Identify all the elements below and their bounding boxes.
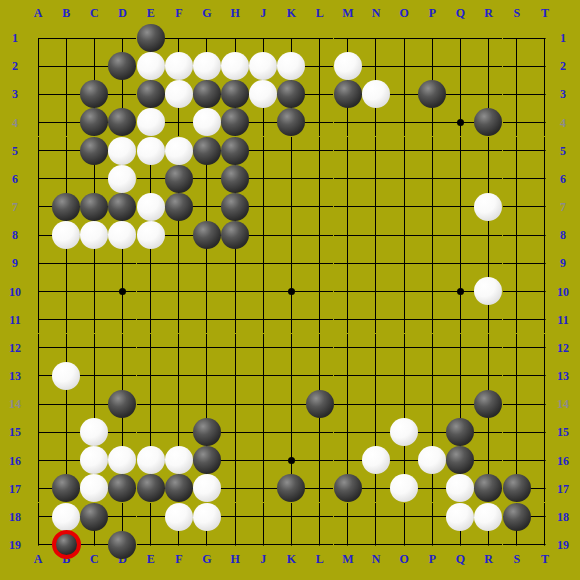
board-intersection[interactable]: [165, 503, 193, 531]
board-intersection[interactable]: [24, 334, 52, 362]
white-stone[interactable]: [165, 52, 193, 80]
black-stone[interactable]: [165, 193, 193, 221]
board-intersection[interactable]: [193, 249, 221, 277]
white-stone[interactable]: [277, 52, 305, 80]
board-intersection[interactable]: [277, 221, 305, 249]
board-intersection[interactable]: [24, 137, 52, 165]
board-intersection[interactable]: [108, 277, 136, 305]
board-intersection[interactable]: [80, 334, 108, 362]
board-intersection[interactable]: [108, 193, 136, 221]
white-stone[interactable]: [193, 52, 221, 80]
board-intersection[interactable]: [474, 52, 502, 80]
white-stone[interactable]: [165, 503, 193, 531]
board-intersection[interactable]: [137, 52, 165, 80]
board-intersection[interactable]: [52, 531, 80, 559]
board-intersection[interactable]: [334, 221, 362, 249]
board-intersection[interactable]: [80, 305, 108, 333]
board-intersection[interactable]: [277, 165, 305, 193]
board-intersection[interactable]: [249, 52, 277, 80]
board-intersection[interactable]: [221, 165, 249, 193]
board-intersection[interactable]: [108, 24, 136, 52]
black-stone[interactable]: [80, 137, 108, 165]
board-intersection[interactable]: [418, 277, 446, 305]
board-intersection[interactable]: [24, 249, 52, 277]
board-intersection[interactable]: [80, 24, 108, 52]
board-intersection[interactable]: [24, 80, 52, 108]
board-intersection[interactable]: [474, 474, 502, 502]
board-intersection[interactable]: [390, 446, 418, 474]
board-intersection[interactable]: [221, 277, 249, 305]
board-intersection[interactable]: [334, 249, 362, 277]
board-intersection[interactable]: [221, 24, 249, 52]
board-intersection[interactable]: [446, 418, 474, 446]
board-intersection[interactable]: [418, 390, 446, 418]
board-intersection[interactable]: [446, 362, 474, 390]
board-intersection[interactable]: [52, 474, 80, 502]
board-intersection[interactable]: [474, 165, 502, 193]
board-intersection[interactable]: [165, 474, 193, 502]
black-stone[interactable]: [334, 80, 362, 108]
board-intersection[interactable]: [52, 249, 80, 277]
white-stone[interactable]: [249, 52, 277, 80]
board-intersection[interactable]: [277, 249, 305, 277]
board-intersection[interactable]: [277, 474, 305, 502]
board-intersection[interactable]: [165, 249, 193, 277]
board-intersection[interactable]: [24, 24, 52, 52]
board-intersection[interactable]: [503, 249, 531, 277]
board-intersection[interactable]: [80, 474, 108, 502]
board-intersection[interactable]: [277, 52, 305, 80]
board-intersection[interactable]: [137, 334, 165, 362]
board-intersection[interactable]: [362, 474, 390, 502]
black-stone[interactable]: [221, 137, 249, 165]
board-intersection[interactable]: [80, 503, 108, 531]
board-intersection[interactable]: [193, 193, 221, 221]
black-stone[interactable]: [221, 221, 249, 249]
white-stone[interactable]: [193, 474, 221, 502]
board-intersection[interactable]: [277, 277, 305, 305]
board-intersection[interactable]: [503, 137, 531, 165]
board-intersection[interactable]: [418, 24, 446, 52]
board-intersection[interactable]: [305, 362, 333, 390]
board-intersection[interactable]: [137, 165, 165, 193]
board-intersection[interactable]: [474, 446, 502, 474]
white-stone[interactable]: [418, 446, 446, 474]
black-stone[interactable]: [474, 474, 502, 502]
board-intersection[interactable]: [80, 249, 108, 277]
board-intersection[interactable]: [362, 305, 390, 333]
board-intersection[interactable]: [305, 503, 333, 531]
board-intersection[interactable]: [108, 418, 136, 446]
board-intersection[interactable]: [193, 305, 221, 333]
board-intersection[interactable]: [334, 362, 362, 390]
white-stone[interactable]: [249, 80, 277, 108]
board-intersection[interactable]: [334, 165, 362, 193]
black-stone[interactable]: [193, 418, 221, 446]
black-stone[interactable]: [193, 80, 221, 108]
black-stone[interactable]: [108, 474, 136, 502]
board-intersection[interactable]: [193, 418, 221, 446]
board-intersection[interactable]: [305, 52, 333, 80]
board-intersection[interactable]: [446, 390, 474, 418]
board-intersection[interactable]: [418, 193, 446, 221]
board-intersection[interactable]: [474, 418, 502, 446]
board-intersection[interactable]: [108, 80, 136, 108]
board-intersection[interactable]: [52, 390, 80, 418]
board-intersection[interactable]: [80, 108, 108, 136]
board-intersection[interactable]: [446, 249, 474, 277]
board-intersection[interactable]: [221, 108, 249, 136]
black-stone[interactable]: [306, 390, 334, 418]
board-intersection[interactable]: [334, 474, 362, 502]
board-intersection[interactable]: [362, 193, 390, 221]
board-intersection[interactable]: [334, 193, 362, 221]
board-intersection[interactable]: [137, 305, 165, 333]
board-intersection[interactable]: [474, 193, 502, 221]
board-intersection[interactable]: [334, 80, 362, 108]
board-intersection[interactable]: [277, 305, 305, 333]
board-intersection[interactable]: [108, 52, 136, 80]
board-intersection[interactable]: [193, 334, 221, 362]
board-intersection[interactable]: [221, 80, 249, 108]
board-intersection[interactable]: [52, 52, 80, 80]
white-stone[interactable]: [80, 446, 108, 474]
white-stone[interactable]: [165, 80, 193, 108]
board-intersection[interactable]: [52, 221, 80, 249]
board-intersection[interactable]: [446, 334, 474, 362]
board-intersection[interactable]: [390, 474, 418, 502]
board-intersection[interactable]: [305, 474, 333, 502]
black-stone[interactable]: [446, 446, 474, 474]
white-stone[interactable]: [137, 221, 165, 249]
board-intersection[interactable]: [305, 334, 333, 362]
board-intersection[interactable]: [334, 277, 362, 305]
board-intersection[interactable]: [165, 80, 193, 108]
board-intersection[interactable]: [503, 334, 531, 362]
board-intersection[interactable]: [24, 474, 52, 502]
white-stone[interactable]: [137, 108, 165, 136]
board-intersection[interactable]: [390, 165, 418, 193]
board-intersection[interactable]: [52, 80, 80, 108]
board-intersection[interactable]: [418, 137, 446, 165]
board-intersection[interactable]: [334, 503, 362, 531]
board-intersection[interactable]: [390, 80, 418, 108]
board-intersection[interactable]: [137, 193, 165, 221]
black-stone[interactable]: [418, 80, 446, 108]
board-intersection[interactable]: [221, 137, 249, 165]
board-intersection[interactable]: [249, 165, 277, 193]
board-intersection[interactable]: [80, 390, 108, 418]
board-intersection[interactable]: [249, 446, 277, 474]
board-intersection[interactable]: [193, 390, 221, 418]
board-intersection[interactable]: [24, 52, 52, 80]
board-intersection[interactable]: [503, 193, 531, 221]
board-intersection[interactable]: [221, 305, 249, 333]
board-intersection[interactable]: [446, 193, 474, 221]
board-intersection[interactable]: [474, 221, 502, 249]
board-intersection[interactable]: [221, 362, 249, 390]
board-intersection[interactable]: [474, 249, 502, 277]
board-intersection[interactable]: [165, 305, 193, 333]
board-intersection[interactable]: [362, 277, 390, 305]
board-intersection[interactable]: [137, 24, 165, 52]
black-stone[interactable]: [277, 80, 305, 108]
board-intersection[interactable]: [249, 221, 277, 249]
board-intersection[interactable]: [24, 193, 52, 221]
board-intersection[interactable]: [165, 362, 193, 390]
board-intersection[interactable]: [24, 390, 52, 418]
board-intersection[interactable]: [418, 418, 446, 446]
board-intersection[interactable]: [108, 165, 136, 193]
board-intersection[interactable]: [249, 305, 277, 333]
board-intersection[interactable]: [165, 277, 193, 305]
white-stone[interactable]: [108, 165, 136, 193]
board-intersection[interactable]: [221, 334, 249, 362]
board-intersection[interactable]: [362, 334, 390, 362]
white-stone[interactable]: [474, 503, 502, 531]
board-intersection[interactable]: [390, 277, 418, 305]
board-intersection[interactable]: [277, 334, 305, 362]
board-intersection[interactable]: [80, 446, 108, 474]
board-intersection[interactable]: [80, 418, 108, 446]
black-stone[interactable]: [193, 137, 221, 165]
board-intersection[interactable]: [165, 108, 193, 136]
board-intersection[interactable]: [362, 390, 390, 418]
board-intersection[interactable]: [165, 52, 193, 80]
black-stone[interactable]: [80, 193, 108, 221]
board-intersection[interactable]: [108, 446, 136, 474]
board-intersection[interactable]: [24, 418, 52, 446]
board-intersection[interactable]: [390, 418, 418, 446]
board-intersection[interactable]: [446, 474, 474, 502]
board-intersection[interactable]: [108, 249, 136, 277]
white-stone[interactable]: [52, 221, 80, 249]
board-intersection[interactable]: [474, 137, 502, 165]
board-intersection[interactable]: [52, 446, 80, 474]
board-intersection[interactable]: [249, 277, 277, 305]
board-intersection[interactable]: [446, 305, 474, 333]
white-stone[interactable]: [137, 137, 165, 165]
black-stone[interactable]: [108, 390, 136, 418]
board-intersection[interactable]: [277, 80, 305, 108]
board-intersection[interactable]: [418, 362, 446, 390]
board-intersection[interactable]: [390, 390, 418, 418]
board-intersection[interactable]: [474, 277, 502, 305]
board-intersection[interactable]: [24, 446, 52, 474]
board-intersection[interactable]: [390, 137, 418, 165]
board-intersection[interactable]: [108, 474, 136, 502]
white-stone[interactable]: [446, 503, 474, 531]
board-intersection[interactable]: [474, 503, 502, 531]
board-intersection[interactable]: [362, 418, 390, 446]
black-stone[interactable]: [221, 165, 249, 193]
board-intersection[interactable]: [503, 52, 531, 80]
black-stone[interactable]: [52, 474, 80, 502]
white-stone[interactable]: [52, 362, 80, 390]
board-intersection[interactable]: [334, 305, 362, 333]
black-stone[interactable]: [221, 80, 249, 108]
board-intersection[interactable]: [165, 221, 193, 249]
white-stone[interactable]: [80, 221, 108, 249]
board-intersection[interactable]: [249, 249, 277, 277]
board-intersection[interactable]: [137, 249, 165, 277]
board-intersection[interactable]: [249, 390, 277, 418]
board-intersection[interactable]: [137, 390, 165, 418]
board-intersection[interactable]: [193, 24, 221, 52]
board-intersection[interactable]: [52, 305, 80, 333]
board-intersection[interactable]: [503, 362, 531, 390]
board-intersection[interactable]: [165, 418, 193, 446]
board-intersection[interactable]: [446, 108, 474, 136]
white-stone[interactable]: [52, 503, 80, 531]
board-intersection[interactable]: [137, 80, 165, 108]
board-intersection[interactable]: [277, 108, 305, 136]
board-intersection[interactable]: [165, 446, 193, 474]
board-intersection[interactable]: [418, 52, 446, 80]
board-intersection[interactable]: [52, 193, 80, 221]
board-intersection[interactable]: [334, 390, 362, 418]
board-intersection[interactable]: [249, 80, 277, 108]
board-intersection[interactable]: [446, 277, 474, 305]
white-stone[interactable]: [362, 80, 390, 108]
board-intersection[interactable]: [334, 108, 362, 136]
board-intersection[interactable]: [137, 503, 165, 531]
board-intersection[interactable]: [334, 334, 362, 362]
board-intersection[interactable]: [249, 24, 277, 52]
board-intersection[interactable]: [80, 362, 108, 390]
board-intersection[interactable]: [446, 503, 474, 531]
board-intersection[interactable]: [108, 390, 136, 418]
board-intersection[interactable]: [305, 305, 333, 333]
black-stone[interactable]: [221, 108, 249, 136]
black-stone[interactable]: [474, 390, 502, 418]
board-intersection[interactable]: [390, 249, 418, 277]
board-intersection[interactable]: [334, 418, 362, 446]
white-stone[interactable]: [193, 503, 221, 531]
board-intersection[interactable]: [193, 165, 221, 193]
board-intersection[interactable]: [305, 249, 333, 277]
board-intersection[interactable]: [503, 474, 531, 502]
board-intersection[interactable]: [221, 446, 249, 474]
white-stone[interactable]: [221, 52, 249, 80]
last-move-stone[interactable]: [52, 530, 81, 559]
board-intersection[interactable]: [305, 165, 333, 193]
white-stone[interactable]: [446, 474, 474, 502]
board-intersection[interactable]: [474, 305, 502, 333]
board-intersection[interactable]: [221, 474, 249, 502]
board-intersection[interactable]: [362, 221, 390, 249]
black-stone[interactable]: [137, 24, 165, 52]
board-intersection[interactable]: [418, 503, 446, 531]
board-intersection[interactable]: [390, 503, 418, 531]
board-intersection[interactable]: [334, 52, 362, 80]
black-stone[interactable]: [80, 108, 108, 136]
board-intersection[interactable]: [446, 80, 474, 108]
board-intersection[interactable]: [305, 390, 333, 418]
board-intersection[interactable]: [503, 277, 531, 305]
board-intersection[interactable]: [80, 165, 108, 193]
board-intersection[interactable]: [305, 446, 333, 474]
white-stone[interactable]: [165, 446, 193, 474]
board-intersection[interactable]: [52, 24, 80, 52]
board-intersection[interactable]: [137, 108, 165, 136]
board-intersection[interactable]: [249, 418, 277, 446]
white-stone[interactable]: [108, 137, 136, 165]
board-intersection[interactable]: [193, 52, 221, 80]
board-intersection[interactable]: [80, 52, 108, 80]
black-stone[interactable]: [108, 108, 136, 136]
board-intersection[interactable]: [277, 362, 305, 390]
board-intersection[interactable]: [80, 137, 108, 165]
board-intersection[interactable]: [108, 362, 136, 390]
black-stone[interactable]: [108, 52, 136, 80]
black-stone[interactable]: [277, 474, 305, 502]
black-stone[interactable]: [474, 108, 502, 136]
black-stone[interactable]: [446, 418, 474, 446]
board-intersection[interactable]: [305, 80, 333, 108]
board-intersection[interactable]: [52, 137, 80, 165]
white-stone[interactable]: [137, 446, 165, 474]
board-intersection[interactable]: [108, 503, 136, 531]
board-intersection[interactable]: [503, 80, 531, 108]
board-intersection[interactable]: [446, 221, 474, 249]
board-intersection[interactable]: [474, 24, 502, 52]
board-intersection[interactable]: [418, 334, 446, 362]
board-intersection[interactable]: [249, 474, 277, 502]
black-stone[interactable]: [137, 474, 165, 502]
board-intersection[interactable]: [390, 334, 418, 362]
board-intersection[interactable]: [80, 277, 108, 305]
board-intersection[interactable]: [418, 80, 446, 108]
board-intersection[interactable]: [503, 24, 531, 52]
board-intersection[interactable]: [249, 334, 277, 362]
board-intersection[interactable]: [193, 108, 221, 136]
board-intersection[interactable]: [24, 362, 52, 390]
board-intersection[interactable]: [108, 108, 136, 136]
board-intersection[interactable]: [503, 108, 531, 136]
board-intersection[interactable]: [249, 362, 277, 390]
board-intersection[interactable]: [446, 446, 474, 474]
board-intersection[interactable]: [305, 418, 333, 446]
board-intersection[interactable]: [193, 137, 221, 165]
board-intersection[interactable]: [221, 52, 249, 80]
board-intersection[interactable]: [390, 24, 418, 52]
white-stone[interactable]: [474, 277, 502, 305]
board-intersection[interactable]: [165, 390, 193, 418]
board-intersection[interactable]: [137, 137, 165, 165]
board-intersection[interactable]: [446, 24, 474, 52]
board-intersection[interactable]: [305, 137, 333, 165]
black-stone[interactable]: [221, 193, 249, 221]
board-intersection[interactable]: [277, 137, 305, 165]
white-stone[interactable]: [80, 418, 108, 446]
board-intersection[interactable]: [52, 418, 80, 446]
board-intersection[interactable]: [52, 362, 80, 390]
board-intersection[interactable]: [221, 390, 249, 418]
board-intersection[interactable]: [334, 24, 362, 52]
board-intersection[interactable]: [137, 474, 165, 502]
board-intersection[interactable]: [446, 137, 474, 165]
black-stone[interactable]: [52, 193, 80, 221]
board-intersection[interactable]: [390, 108, 418, 136]
board-intersection[interactable]: [108, 305, 136, 333]
board-intersection[interactable]: [24, 277, 52, 305]
board-intersection[interactable]: [24, 165, 52, 193]
board-intersection[interactable]: [362, 165, 390, 193]
board-intersection[interactable]: [193, 474, 221, 502]
white-stone[interactable]: [362, 446, 390, 474]
board-intersection[interactable]: [80, 221, 108, 249]
